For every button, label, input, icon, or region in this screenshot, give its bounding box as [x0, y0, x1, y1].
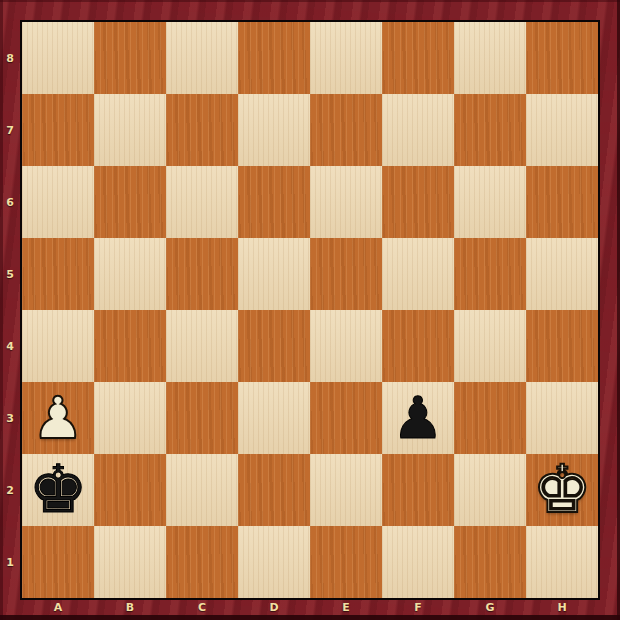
square-h8[interactable]: [526, 22, 598, 94]
square-b7[interactable]: [94, 94, 166, 166]
square-b8[interactable]: [94, 22, 166, 94]
square-b6[interactable]: [94, 166, 166, 238]
rank-label-5: 5: [0, 238, 20, 310]
file-label-f: F: [382, 599, 454, 615]
chess-board-frame: 87654321 ABCDEFGH ♟♟♚♚: [0, 0, 620, 620]
square-b3[interactable]: [94, 382, 166, 454]
square-g5[interactable]: [454, 238, 526, 310]
square-b5[interactable]: [94, 238, 166, 310]
square-g6[interactable]: [454, 166, 526, 238]
rank-labels: 87654321: [0, 22, 20, 598]
square-e2[interactable]: [310, 454, 382, 526]
square-f6[interactable]: [382, 166, 454, 238]
square-g1[interactable]: [454, 526, 526, 598]
square-b1[interactable]: [94, 526, 166, 598]
square-e1[interactable]: [310, 526, 382, 598]
square-d2[interactable]: [238, 454, 310, 526]
square-h5[interactable]: [526, 238, 598, 310]
file-label-h: H: [526, 599, 598, 615]
square-b4[interactable]: [94, 310, 166, 382]
square-h1[interactable]: [526, 526, 598, 598]
square-a3[interactable]: ♟: [22, 382, 94, 454]
rank-label-7: 7: [0, 94, 20, 166]
square-a5[interactable]: [22, 238, 94, 310]
square-e8[interactable]: [310, 22, 382, 94]
square-g8[interactable]: [454, 22, 526, 94]
rank-label-4: 4: [0, 310, 20, 382]
square-d6[interactable]: [238, 166, 310, 238]
square-e6[interactable]: [310, 166, 382, 238]
square-c5[interactable]: [166, 238, 238, 310]
square-c8[interactable]: [166, 22, 238, 94]
black-pawn[interactable]: ♟: [392, 389, 444, 447]
square-d3[interactable]: [238, 382, 310, 454]
square-a4[interactable]: [22, 310, 94, 382]
square-f4[interactable]: [382, 310, 454, 382]
square-e7[interactable]: [310, 94, 382, 166]
square-g3[interactable]: [454, 382, 526, 454]
square-e3[interactable]: [310, 382, 382, 454]
square-c2[interactable]: [166, 454, 238, 526]
file-label-c: C: [166, 599, 238, 615]
square-c3[interactable]: [166, 382, 238, 454]
square-f7[interactable]: [382, 94, 454, 166]
file-label-e: E: [310, 599, 382, 615]
square-c6[interactable]: [166, 166, 238, 238]
square-a1[interactable]: [22, 526, 94, 598]
file-label-b: B: [94, 599, 166, 615]
square-f8[interactable]: [382, 22, 454, 94]
white-king[interactable]: ♚: [532, 457, 591, 523]
square-a2[interactable]: ♚: [22, 454, 94, 526]
square-h7[interactable]: [526, 94, 598, 166]
square-c4[interactable]: [166, 310, 238, 382]
square-d5[interactable]: [238, 238, 310, 310]
square-g4[interactable]: [454, 310, 526, 382]
square-d7[interactable]: [238, 94, 310, 166]
rank-label-6: 6: [0, 166, 20, 238]
square-c1[interactable]: [166, 526, 238, 598]
square-e5[interactable]: [310, 238, 382, 310]
square-f5[interactable]: [382, 238, 454, 310]
square-f1[interactable]: [382, 526, 454, 598]
square-h4[interactable]: [526, 310, 598, 382]
square-d1[interactable]: [238, 526, 310, 598]
square-g2[interactable]: [454, 454, 526, 526]
file-labels: ABCDEFGH: [22, 599, 598, 615]
rank-label-1: 1: [0, 526, 20, 598]
square-h3[interactable]: [526, 382, 598, 454]
file-label-d: D: [238, 599, 310, 615]
square-a7[interactable]: [22, 94, 94, 166]
square-a8[interactable]: [22, 22, 94, 94]
black-king[interactable]: ♚: [28, 457, 87, 523]
square-d4[interactable]: [238, 310, 310, 382]
square-d8[interactable]: [238, 22, 310, 94]
square-h2[interactable]: ♚: [526, 454, 598, 526]
file-label-a: A: [22, 599, 94, 615]
board: ♟♟♚♚: [22, 22, 598, 598]
square-c7[interactable]: [166, 94, 238, 166]
rank-label-3: 3: [0, 382, 20, 454]
square-a6[interactable]: [22, 166, 94, 238]
file-label-g: G: [454, 599, 526, 615]
rank-label-8: 8: [0, 22, 20, 94]
square-b2[interactable]: [94, 454, 166, 526]
rank-label-2: 2: [0, 454, 20, 526]
square-f3[interactable]: ♟: [382, 382, 454, 454]
white-pawn[interactable]: ♟: [32, 389, 84, 447]
square-f2[interactable]: [382, 454, 454, 526]
square-g7[interactable]: [454, 94, 526, 166]
square-h6[interactable]: [526, 166, 598, 238]
square-e4[interactable]: [310, 310, 382, 382]
board-outline: ♟♟♚♚: [20, 20, 600, 600]
